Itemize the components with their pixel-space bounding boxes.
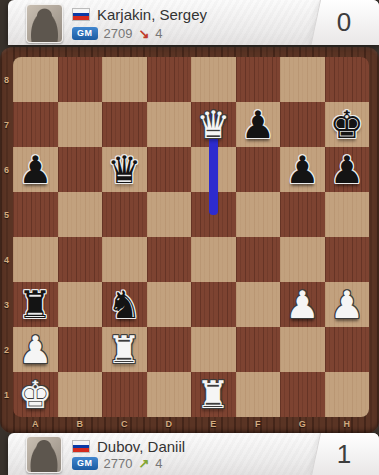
- square-d2[interactable]: [147, 327, 192, 372]
- square-h2[interactable]: [325, 327, 370, 372]
- square-c1[interactable]: [102, 372, 147, 417]
- russia-flag-icon: [72, 8, 90, 21]
- square-c8[interactable]: [102, 57, 147, 102]
- player-card-top[interactable]: Karjakin, Sergey GM 2709 ↘ 4 0: [8, 0, 379, 45]
- square-b2[interactable]: [58, 327, 103, 372]
- gm-title-badge: GM: [72, 27, 98, 40]
- square-e4[interactable]: [191, 237, 236, 282]
- player-name-bottom: Dubov, Daniil: [97, 438, 185, 455]
- square-d6[interactable]: [147, 147, 192, 192]
- player-name-top: Karjakin, Sergey: [97, 6, 207, 23]
- square-b8[interactable]: [58, 57, 103, 102]
- piece-black-queen-c6[interactable]: ♛: [102, 147, 147, 192]
- file-label-c: C: [102, 416, 147, 432]
- square-b5[interactable]: [58, 192, 103, 237]
- square-b4[interactable]: [58, 237, 103, 282]
- square-g1[interactable]: [280, 372, 325, 417]
- rank-label-5: 5: [0, 210, 13, 220]
- file-label-d: D: [147, 416, 192, 432]
- player-photo-top: [26, 4, 63, 43]
- square-b6[interactable]: [58, 147, 103, 192]
- chess-board: ♛♟♚♟♛♟♟♜♞♟♟♟♜♚♜: [13, 57, 369, 417]
- piece-white-pawn-a2[interactable]: ♟: [13, 327, 58, 372]
- player-rating-top: 2709: [104, 26, 133, 41]
- rank-label-8: 8: [0, 75, 13, 85]
- file-label-a: A: [13, 416, 58, 432]
- piece-black-pawn-g6[interactable]: ♟: [280, 147, 325, 192]
- square-b7[interactable]: [58, 102, 103, 147]
- piece-black-rook-a3[interactable]: ♜: [13, 282, 58, 327]
- square-h5[interactable]: [325, 192, 370, 237]
- square-h8[interactable]: [325, 57, 370, 102]
- player-card-bottom[interactable]: Dubov, Daniil GM 2770 ↗ 4 1: [8, 433, 379, 475]
- square-e2[interactable]: [191, 327, 236, 372]
- file-label-b: B: [58, 416, 103, 432]
- square-f6[interactable]: [236, 147, 281, 192]
- rank-label-4: 4: [0, 255, 13, 265]
- rank-label-2: 2: [0, 345, 13, 355]
- rating-down-arrow-icon: ↘: [138, 26, 149, 41]
- square-e3[interactable]: [191, 282, 236, 327]
- rating-delta-top: 4: [155, 26, 162, 41]
- gm-title-badge: GM: [72, 457, 98, 470]
- piece-black-pawn-a6[interactable]: ♟: [13, 147, 58, 192]
- piece-white-queen-e7[interactable]: ♛: [191, 102, 236, 147]
- file-label-h: H: [325, 416, 370, 432]
- file-label-g: G: [280, 416, 325, 432]
- square-g8[interactable]: [280, 57, 325, 102]
- square-a5[interactable]: [13, 192, 58, 237]
- rank-label-7: 7: [0, 120, 13, 130]
- square-f4[interactable]: [236, 237, 281, 282]
- square-d8[interactable]: [147, 57, 192, 102]
- player-rating-bottom: 2770: [104, 456, 133, 471]
- piece-black-pawn-h6[interactable]: ♟: [325, 147, 370, 192]
- square-c4[interactable]: [102, 237, 147, 282]
- square-h1[interactable]: [325, 372, 370, 417]
- rank-label-6: 6: [0, 165, 13, 175]
- square-d4[interactable]: [147, 237, 192, 282]
- rank-label-3: 3: [0, 300, 13, 310]
- square-g7[interactable]: [280, 102, 325, 147]
- russia-flag-icon: [72, 440, 90, 453]
- square-c5[interactable]: [102, 192, 147, 237]
- rating-delta-bottom: 4: [155, 456, 162, 471]
- square-d5[interactable]: [147, 192, 192, 237]
- file-label-e: E: [191, 416, 236, 432]
- piece-white-pawn-h3[interactable]: ♟: [325, 282, 370, 327]
- square-g2[interactable]: [280, 327, 325, 372]
- rank-label-1: 1: [0, 390, 13, 400]
- player-photo-bottom: [26, 436, 62, 473]
- square-d1[interactable]: [147, 372, 192, 417]
- square-a7[interactable]: [13, 102, 58, 147]
- square-b3[interactable]: [58, 282, 103, 327]
- piece-white-rook-e1[interactable]: ♜: [191, 372, 236, 417]
- square-f8[interactable]: [236, 57, 281, 102]
- chess-broadcast-panel: ♛♟♚♟♛♟♟♜♞♟♟♟♜♚♜ 87654321 ABCDEFGH Karjak…: [0, 0, 379, 475]
- piece-white-rook-c2[interactable]: ♜: [102, 327, 147, 372]
- square-b1[interactable]: [58, 372, 103, 417]
- square-d7[interactable]: [147, 102, 192, 147]
- square-d3[interactable]: [147, 282, 192, 327]
- piece-black-king-h7[interactable]: ♚: [325, 102, 370, 147]
- file-label-f: F: [236, 416, 281, 432]
- square-c7[interactable]: [102, 102, 147, 147]
- square-a4[interactable]: [13, 237, 58, 282]
- square-f1[interactable]: [236, 372, 281, 417]
- square-g4[interactable]: [280, 237, 325, 282]
- match-score-top: 0: [315, 0, 373, 45]
- square-h4[interactable]: [325, 237, 370, 282]
- square-f2[interactable]: [236, 327, 281, 372]
- square-e8[interactable]: [191, 57, 236, 102]
- square-f5[interactable]: [236, 192, 281, 237]
- square-f3[interactable]: [236, 282, 281, 327]
- match-score-bottom: 1: [315, 433, 373, 475]
- piece-black-knight-c3[interactable]: ♞: [102, 282, 147, 327]
- chess-board-frame: ♛♟♚♟♛♟♟♜♞♟♟♟♜♚♜ 87654321 ABCDEFGH: [0, 47, 379, 433]
- piece-black-pawn-f7[interactable]: ♟: [236, 102, 281, 147]
- piece-white-pawn-g3[interactable]: ♟: [280, 282, 325, 327]
- piece-white-king-a1[interactable]: ♚: [13, 372, 58, 417]
- square-a8[interactable]: [13, 57, 58, 102]
- rating-up-arrow-icon: ↗: [138, 456, 149, 471]
- square-g5[interactable]: [280, 192, 325, 237]
